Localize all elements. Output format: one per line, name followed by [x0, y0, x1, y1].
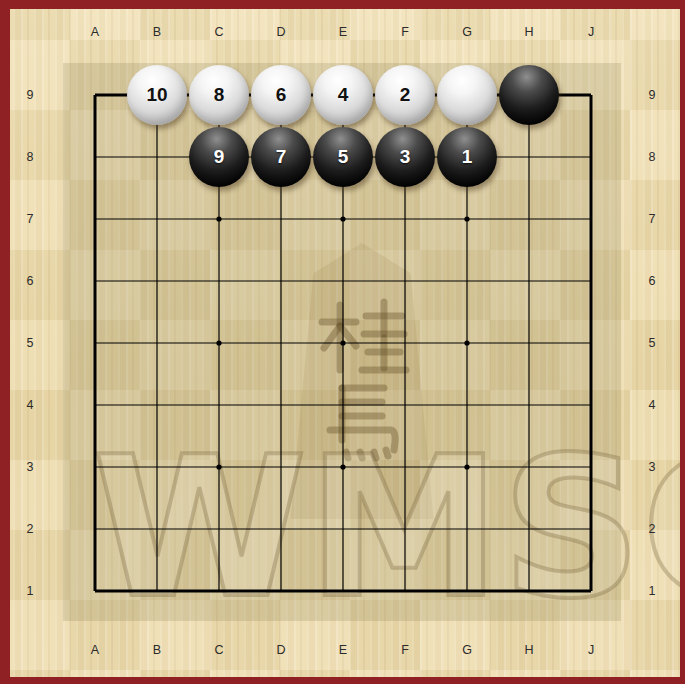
- move-number: 4: [313, 65, 373, 125]
- col-label-bottom-B: B: [145, 642, 169, 658]
- col-label-bottom-G: G: [455, 642, 479, 658]
- move-number: 6: [251, 65, 311, 125]
- stone-black-H9: [499, 65, 559, 125]
- col-label-top-A: A: [83, 24, 107, 40]
- row-label-left-2: 2: [18, 521, 42, 537]
- col-label-top-E: E: [331, 24, 355, 40]
- row-label-right-1: 1: [640, 583, 664, 599]
- row-label-right-2: 2: [640, 521, 664, 537]
- move-number: 8: [189, 65, 249, 125]
- row-label-right-6: 6: [640, 273, 664, 289]
- row-label-right-8: 8: [640, 149, 664, 165]
- col-label-top-B: B: [145, 24, 169, 40]
- star-point-G7: [464, 216, 469, 221]
- stone-black-G8: 1: [437, 127, 497, 187]
- col-label-bottom-J: J: [579, 642, 603, 658]
- go-diagram: WMSG 10864297531AABBCCDDEEFFGGHHJJ998877…: [0, 0, 685, 684]
- row-label-left-7: 7: [18, 211, 42, 227]
- stone-black-E8: 5: [313, 127, 373, 187]
- row-label-left-5: 5: [18, 335, 42, 351]
- col-label-bottom-A: A: [83, 642, 107, 658]
- star-point-C3: [216, 464, 221, 469]
- move-number: 3: [375, 127, 435, 187]
- row-label-right-9: 9: [640, 87, 664, 103]
- col-label-bottom-F: F: [393, 642, 417, 658]
- col-label-top-G: G: [455, 24, 479, 40]
- stone-white-E9: 4: [313, 65, 373, 125]
- col-label-bottom-D: D: [269, 642, 293, 658]
- move-number: 2: [375, 65, 435, 125]
- row-label-right-4: 4: [640, 397, 664, 413]
- col-label-top-J: J: [579, 24, 603, 40]
- row-label-left-4: 4: [18, 397, 42, 413]
- col-label-top-F: F: [393, 24, 417, 40]
- row-label-left-3: 3: [18, 459, 42, 475]
- move-number: 10: [127, 65, 187, 125]
- col-label-top-D: D: [269, 24, 293, 40]
- row-label-right-5: 5: [640, 335, 664, 351]
- stone-white-D9: 6: [251, 65, 311, 125]
- stone-white-F9: 2: [375, 65, 435, 125]
- stone-black-C8: 9: [189, 127, 249, 187]
- star-point-G3: [464, 464, 469, 469]
- move-number: 1: [437, 127, 497, 187]
- stone-white-G9: [437, 65, 497, 125]
- stone-white-C9: 8: [189, 65, 249, 125]
- row-label-left-8: 8: [18, 149, 42, 165]
- stone-black-D8: 7: [251, 127, 311, 187]
- stone-black-F8: 3: [375, 127, 435, 187]
- row-label-left-1: 1: [18, 583, 42, 599]
- stone-white-B9: 10: [127, 65, 187, 125]
- star-point-C7: [216, 216, 221, 221]
- col-label-bottom-H: H: [517, 642, 541, 658]
- row-label-right-7: 7: [640, 211, 664, 227]
- star-point-E5: [340, 340, 345, 345]
- star-point-C5: [216, 340, 221, 345]
- move-number: 7: [251, 127, 311, 187]
- col-label-bottom-E: E: [331, 642, 355, 658]
- row-label-left-6: 6: [18, 273, 42, 289]
- star-point-E7: [340, 216, 345, 221]
- col-label-top-C: C: [207, 24, 231, 40]
- move-number: 5: [313, 127, 373, 187]
- col-label-bottom-C: C: [207, 642, 231, 658]
- col-label-top-H: H: [517, 24, 541, 40]
- move-number: 9: [189, 127, 249, 187]
- row-label-right-3: 3: [640, 459, 664, 475]
- row-label-left-9: 9: [18, 87, 42, 103]
- star-point-G5: [464, 340, 469, 345]
- star-point-E3: [340, 464, 345, 469]
